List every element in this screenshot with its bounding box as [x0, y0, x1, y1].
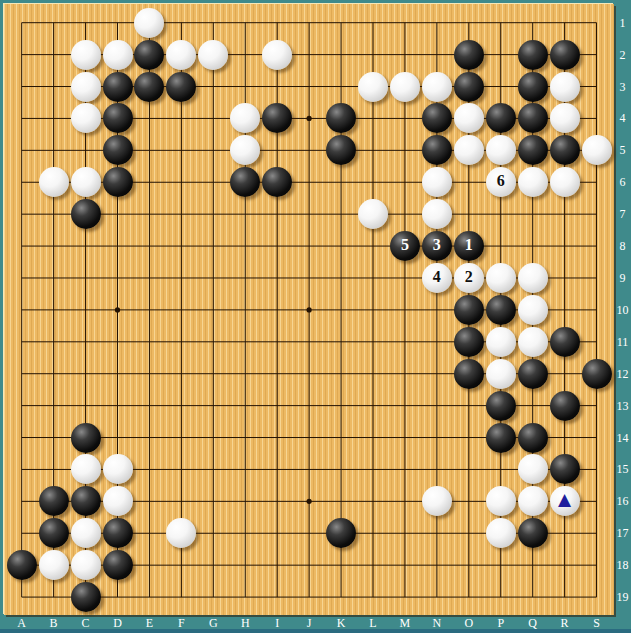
stone-black-B17[interactable]: [39, 518, 69, 548]
stone-black-P13[interactable]: [486, 391, 516, 421]
row-label-9: 9: [614, 271, 631, 286]
move-number-label: 3: [433, 237, 441, 253]
stone-white-R4[interactable]: [550, 103, 580, 133]
row-label-19: 19: [614, 590, 631, 605]
stone-white-N16[interactable]: [422, 486, 452, 516]
stone-white-L7[interactable]: [358, 199, 388, 229]
stone-black-C7[interactable]: [71, 199, 101, 229]
stone-white-P6[interactable]: 6: [486, 167, 516, 197]
stone-black-E3[interactable]: [134, 72, 164, 102]
stone-white-Q10[interactable]: [518, 295, 548, 325]
row-label-1: 1: [614, 16, 631, 31]
stone-white-L3[interactable]: [358, 72, 388, 102]
stone-black-D6[interactable]: [103, 167, 133, 197]
stone-white-E1[interactable]: [134, 8, 164, 38]
stone-white-C4[interactable]: [71, 103, 101, 133]
row-label-18: 18: [614, 558, 631, 573]
row-label-7: 7: [614, 207, 631, 222]
stone-white-B18[interactable]: [39, 550, 69, 580]
row-label-11: 11: [614, 335, 631, 350]
stone-black-Q3[interactable]: [518, 72, 548, 102]
stone-white-S5[interactable]: [582, 135, 612, 165]
stone-white-C17[interactable]: [71, 518, 101, 548]
stone-white-O4[interactable]: [454, 103, 484, 133]
row-label-15: 15: [614, 462, 631, 477]
stone-white-C2[interactable]: [71, 40, 101, 70]
stone-white-P17[interactable]: [486, 518, 516, 548]
stone-white-D16[interactable]: [103, 486, 133, 516]
row-label-8: 8: [614, 239, 631, 254]
stone-white-D2[interactable]: [103, 40, 133, 70]
stone-black-S12[interactable]: [582, 359, 612, 389]
stone-black-R11[interactable]: [550, 327, 580, 357]
row-label-2: 2: [614, 48, 631, 63]
stone-white-P5[interactable]: [486, 135, 516, 165]
stone-white-N7[interactable]: [422, 199, 452, 229]
stone-white-C15[interactable]: [71, 454, 101, 484]
row-label-3: 3: [614, 80, 631, 95]
stone-white-O9[interactable]: 2: [454, 263, 484, 293]
stone-white-P9[interactable]: [486, 263, 516, 293]
stone-white-P11[interactable]: [486, 327, 516, 357]
stone-black-C16[interactable]: [71, 486, 101, 516]
move-number-label: 5: [401, 237, 409, 253]
stone-white-I2[interactable]: [262, 40, 292, 70]
stone-white-N9[interactable]: 4: [422, 263, 452, 293]
stone-white-Q16[interactable]: [518, 486, 548, 516]
stone-white-N6[interactable]: [422, 167, 452, 197]
stone-black-Q14[interactable]: [518, 423, 548, 453]
triangle-marker-icon: ▲: [558, 491, 571, 508]
stone-black-Q12[interactable]: [518, 359, 548, 389]
stone-black-O2[interactable]: [454, 40, 484, 70]
stone-white-Q11[interactable]: [518, 327, 548, 357]
stone-black-N8[interactable]: 3: [422, 231, 452, 261]
row-label-6: 6: [614, 175, 631, 190]
move-number-label: 4: [433, 269, 441, 285]
stone-white-P16[interactable]: [486, 486, 516, 516]
stone-black-F3[interactable]: [166, 72, 196, 102]
row-label-10: 10: [614, 303, 631, 318]
row-label-12: 12: [614, 367, 631, 382]
stone-black-Q17[interactable]: [518, 518, 548, 548]
stone-black-O3[interactable]: [454, 72, 484, 102]
stone-black-B16[interactable]: [39, 486, 69, 516]
frame-bottom-edge: [0, 629, 631, 633]
move-number-label: 1: [465, 237, 473, 253]
go-board-app: 653142▲ ABCDEFGHIJKLMNOPQRS 123456789101…: [0, 0, 631, 633]
stone-black-D3[interactable]: [103, 72, 133, 102]
stone-black-R13[interactable]: [550, 391, 580, 421]
stone-white-N3[interactable]: [422, 72, 452, 102]
stone-black-N5[interactable]: [422, 135, 452, 165]
stone-white-R3[interactable]: [550, 72, 580, 102]
stone-white-R16[interactable]: ▲: [550, 486, 580, 516]
stone-black-O10[interactable]: [454, 295, 484, 325]
row-label-5: 5: [614, 143, 631, 158]
stone-black-D18[interactable]: [103, 550, 133, 580]
stone-black-O11[interactable]: [454, 327, 484, 357]
stone-black-R2[interactable]: [550, 40, 580, 70]
stone-black-C14[interactable]: [71, 423, 101, 453]
row-label-4: 4: [614, 111, 631, 126]
stone-black-M8[interactable]: 5: [390, 231, 420, 261]
row-label-13: 13: [614, 399, 631, 414]
stone-black-E2[interactable]: [134, 40, 164, 70]
stone-white-Q9[interactable]: [518, 263, 548, 293]
stone-white-B6[interactable]: [39, 167, 69, 197]
stone-black-A18[interactable]: [7, 550, 37, 580]
stone-white-D15[interactable]: [103, 454, 133, 484]
row-label-16: 16: [614, 494, 631, 509]
stone-black-P10[interactable]: [486, 295, 516, 325]
stone-black-O8[interactable]: 1: [454, 231, 484, 261]
stone-black-D4[interactable]: [103, 103, 133, 133]
stone-white-Q15[interactable]: [518, 454, 548, 484]
stone-black-Q2[interactable]: [518, 40, 548, 70]
stone-black-O12[interactable]: [454, 359, 484, 389]
stone-black-R15[interactable]: [550, 454, 580, 484]
row-label-14: 14: [614, 431, 631, 446]
stone-white-F2[interactable]: [166, 40, 196, 70]
stone-black-D17[interactable]: [103, 518, 133, 548]
stone-white-Q6[interactable]: [518, 167, 548, 197]
stone-white-G2[interactable]: [198, 40, 228, 70]
stone-black-Q4[interactable]: [518, 103, 548, 133]
stone-white-O5[interactable]: [454, 135, 484, 165]
stone-white-C18[interactable]: [71, 550, 101, 580]
move-number-label: 6: [497, 173, 505, 189]
stone-black-C19[interactable]: [71, 582, 101, 612]
stone-black-D5[interactable]: [103, 135, 133, 165]
stone-black-R5[interactable]: [550, 135, 580, 165]
stone-white-C6[interactable]: [71, 167, 101, 197]
stone-white-P12[interactable]: [486, 359, 516, 389]
stone-black-P4[interactable]: [486, 103, 516, 133]
row-label-17: 17: [614, 526, 631, 541]
stone-black-P14[interactable]: [486, 423, 516, 453]
move-number-label: 2: [465, 269, 473, 285]
stone-white-R6[interactable]: [550, 167, 580, 197]
stone-white-M3[interactable]: [390, 72, 420, 102]
stone-white-C3[interactable]: [71, 72, 101, 102]
stone-black-Q5[interactable]: [518, 135, 548, 165]
